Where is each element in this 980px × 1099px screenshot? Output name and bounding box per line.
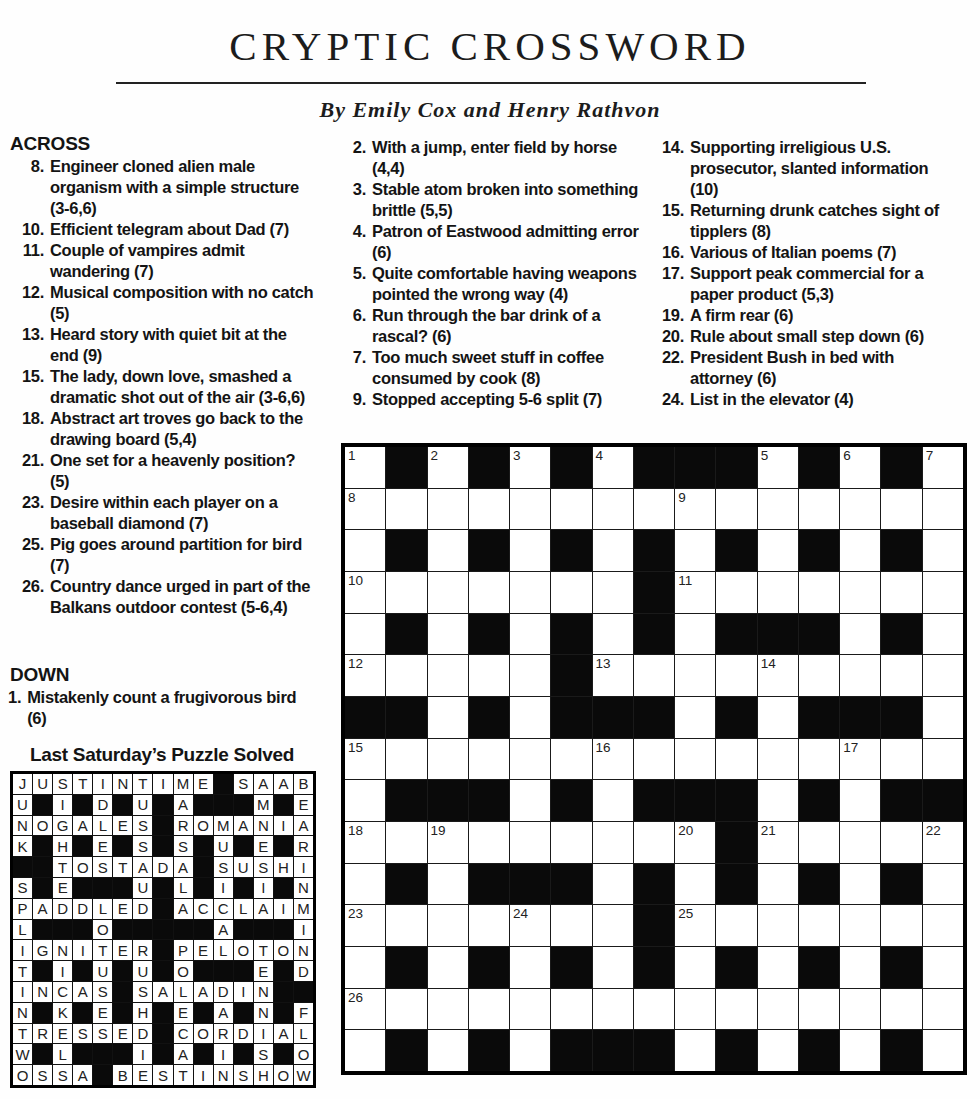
main-grid-cell-r10c11[interactable]: 21 <box>758 822 798 863</box>
main-grid-cell-r10c14[interactable] <box>881 822 921 863</box>
mini-grid-cell-r6c9: L <box>174 878 193 898</box>
main-grid-cell-r8c6[interactable] <box>551 739 591 780</box>
mini-grid-cell-r1c7: T <box>133 774 152 794</box>
main-grid-cell-r4c11[interactable] <box>758 572 798 613</box>
mini-grid-cell-r14c8 <box>153 1044 172 1064</box>
main-grid-cell-r12c2[interactable] <box>386 905 426 946</box>
main-grid-cell-r14c8[interactable] <box>634 989 674 1030</box>
mini-grid-cell-r10c13: E <box>254 961 273 981</box>
main-grid-cell-r2c10[interactable] <box>716 489 756 530</box>
main-grid-cell-r14c12[interactable] <box>799 989 839 1030</box>
main-grid-cell-r13c5[interactable] <box>510 947 550 988</box>
clue-number: 19. <box>650 305 690 326</box>
clue-down-4: 4.Patron of Eastwood admitting error (6) <box>338 221 644 263</box>
main-grid-cell-r6c9[interactable] <box>675 655 715 696</box>
mini-grid-cell-r3c6: E <box>113 816 132 836</box>
main-grid-cell-r14c4[interactable] <box>469 989 509 1030</box>
main-grid-cell-r3c10 <box>716 530 756 571</box>
mini-grid-cell-r3c11: M <box>214 816 233 836</box>
main-grid-cell-r11c3[interactable] <box>428 864 468 905</box>
main-grid-cell-r14c9[interactable] <box>675 989 715 1030</box>
mini-grid-cell-r5c3: T <box>53 857 72 877</box>
main-grid-cell-r9c7[interactable] <box>593 780 633 821</box>
main-grid-cell-r14c14[interactable] <box>881 989 921 1030</box>
mini-grid-cell-r12c15: F <box>294 1003 313 1023</box>
main-grid-cell-r12c10[interactable] <box>716 905 756 946</box>
main-grid-cell-r11c9[interactable] <box>675 864 715 905</box>
mini-grid-cell-r4c13: E <box>254 836 273 856</box>
main-grid-cell-r15c1[interactable] <box>345 1030 385 1071</box>
main-grid-cell-r12c5[interactable]: 24 <box>510 905 550 946</box>
main-grid-cell-r4c4[interactable] <box>469 572 509 613</box>
main-grid-cell-r1c7[interactable]: 4 <box>593 447 633 488</box>
clue-number: 15. <box>650 200 690 221</box>
main-grid-cell-r15c3[interactable] <box>428 1030 468 1071</box>
mini-grid-cell-r12c14 <box>274 1003 293 1023</box>
main-grid-cell-r14c3[interactable] <box>428 989 468 1030</box>
mini-grid-cell-r6c4 <box>73 878 92 898</box>
main-grid-cell-r7c6 <box>551 697 591 738</box>
grid-number: 25 <box>678 906 693 921</box>
main-grid-cell-r4c10[interactable] <box>716 572 756 613</box>
main-grid-cell-r10c10 <box>716 822 756 863</box>
main-grid-cell-r14c15[interactable] <box>923 989 963 1030</box>
main-grid-cell-r12c14[interactable] <box>881 905 921 946</box>
main-grid-cell-r15c2 <box>386 1030 426 1071</box>
main-grid-cell-r13c1[interactable] <box>345 947 385 988</box>
mini-grid-cell-r10c15: D <box>294 961 313 981</box>
mini-grid-cell-r5c7: A <box>133 857 152 877</box>
mini-grid-cell-r3c7: S <box>133 816 152 836</box>
main-grid-cell-r4c14[interactable] <box>881 572 921 613</box>
main-grid-cell-r11c15[interactable] <box>923 864 963 905</box>
main-grid-cell-r5c15[interactable] <box>923 614 963 655</box>
mini-grid-cell-r13c15: L <box>294 1024 313 1044</box>
main-grid-cell-r8c8[interactable] <box>634 739 674 780</box>
main-grid-cell-r8c14[interactable] <box>881 739 921 780</box>
mini-grid-cell-r4c5: E <box>93 836 112 856</box>
main-grid-cell-r14c11[interactable] <box>758 989 798 1030</box>
mini-grid-cell-r1c12: S <box>234 774 253 794</box>
clue-text: One set for a heavenly position? (5) <box>50 450 314 492</box>
mini-grid-cell-r2c5: D <box>93 795 112 815</box>
main-grid-cell-r4c1[interactable]: 10 <box>345 572 385 613</box>
mini-grid-cell-r14c5 <box>93 1044 112 1064</box>
down-clues-block: DOWN 1.Mistakenly count a frugivorous bi… <box>8 664 318 729</box>
main-grid-cell-r12c4[interactable] <box>469 905 509 946</box>
main-grid-cell-r13c15[interactable] <box>923 947 963 988</box>
mini-grid-cell-r2c14 <box>274 795 293 815</box>
mini-grid-cell-r10c5: U <box>93 961 112 981</box>
main-grid-cell-r13c3[interactable] <box>428 947 468 988</box>
mini-grid-cell-r6c5 <box>93 878 112 898</box>
main-grid-cell-r9c11[interactable] <box>758 780 798 821</box>
main-grid-cell-r6c7[interactable]: 13 <box>593 655 633 696</box>
mini-grid-cell-r11c10: A <box>194 982 213 1002</box>
clue-down-16: 16.Various of Italian poems (7) <box>650 242 952 263</box>
main-grid-cell-r10c4[interactable] <box>469 822 509 863</box>
main-grid-cell-r10c15[interactable]: 22 <box>923 822 963 863</box>
main-grid-cell-r8c15[interactable] <box>923 739 963 780</box>
main-grid-cell-r2c15[interactable] <box>923 489 963 530</box>
main-grid-cell-r8c12[interactable] <box>799 739 839 780</box>
main-grid-cell-r15c13[interactable] <box>840 1030 880 1071</box>
main-grid-cell-r3c7[interactable] <box>593 530 633 571</box>
mini-grid-cell-r3c13: N <box>254 816 273 836</box>
main-grid-cell-r4c6[interactable] <box>551 572 591 613</box>
main-grid-cell-r13c4 <box>469 947 509 988</box>
mini-grid-cell-r13c5: S <box>93 1024 112 1044</box>
main-grid-cell-r2c5[interactable] <box>510 489 550 530</box>
main-grid-cell-r7c3[interactable] <box>428 697 468 738</box>
main-grid-cell-r6c11[interactable]: 14 <box>758 655 798 696</box>
main-grid-cell-r8c11[interactable] <box>758 739 798 780</box>
mini-grid-cell-r13c3: E <box>53 1024 72 1044</box>
main-grid-cell-r9c12 <box>799 780 839 821</box>
mini-grid-cell-r12c13: N <box>254 1003 273 1023</box>
main-grid-cell-r9c9 <box>675 780 715 821</box>
clue-number: 14. <box>650 137 690 158</box>
main-grid-cell-r6c1[interactable]: 12 <box>345 655 385 696</box>
mini-grid-cell-r1c9: M <box>174 774 193 794</box>
main-grid-cell-r10c7[interactable] <box>593 822 633 863</box>
main-grid-cell-r2c13[interactable] <box>840 489 880 530</box>
mini-grid-cell-r6c15: N <box>294 878 313 898</box>
main-grid-cell-r2c12[interactable] <box>799 489 839 530</box>
mini-grid-cell-r6c12 <box>234 878 253 898</box>
main-grid-cell-r5c14 <box>881 614 921 655</box>
mini-grid-cell-r12c8 <box>153 1003 172 1023</box>
mini-grid-cell-r15c7: E <box>133 1065 152 1085</box>
main-grid-cell-r6c10[interactable] <box>716 655 756 696</box>
main-grid-cell-r14c10[interactable] <box>716 989 756 1030</box>
main-grid-cell-r4c9[interactable]: 11 <box>675 572 715 613</box>
main-grid-cell-r13c9[interactable] <box>675 947 715 988</box>
mini-grid-cell-r10c8 <box>153 961 172 981</box>
mini-grid-cell-r7c7: D <box>133 899 152 919</box>
clue-text: Pig goes around partition for bird (7) <box>50 534 314 576</box>
mini-grid-cell-r14c13: S <box>254 1044 273 1064</box>
mini-grid-cell-r10c14 <box>274 961 293 981</box>
main-grid-cell-r2c1[interactable]: 8 <box>345 489 385 530</box>
mini-grid-cell-r11c4: A <box>73 982 92 1002</box>
main-grid-cell-r7c11[interactable] <box>758 697 798 738</box>
grid-number: 7 <box>926 448 934 463</box>
main-grid-cell-r9c1[interactable] <box>345 780 385 821</box>
mini-grid-cell-r13c7: D <box>133 1024 152 1044</box>
mini-grid-cell-r7c9: A <box>174 899 193 919</box>
mini-grid-cell-r7c14: I <box>274 899 293 919</box>
main-grid-cell-r6c14[interactable] <box>881 655 921 696</box>
mini-grid-cell-r11c8: A <box>153 982 172 1002</box>
main-grid-cell-r5c13[interactable] <box>840 614 880 655</box>
mini-grid-cell-r10c6 <box>113 961 132 981</box>
main-grid-cell-r8c1[interactable]: 15 <box>345 739 385 780</box>
main-grid-cell-r4c5[interactable] <box>510 572 550 613</box>
main-grid-cell-r9c5[interactable] <box>510 780 550 821</box>
main-grid-cell-r6c4[interactable] <box>469 655 509 696</box>
mini-grid-cell-r15c1: O <box>13 1065 32 1085</box>
mini-grid-cell-r3c15: A <box>294 816 313 836</box>
grid-number: 4 <box>596 448 604 463</box>
mini-grid-cell-r7c13: A <box>254 899 273 919</box>
main-grid-cell-r8c13[interactable]: 17 <box>840 739 880 780</box>
main-grid-cell-r10c13[interactable] <box>840 822 880 863</box>
clue-number: 18. <box>8 408 50 429</box>
main-grid-cell-r3c1[interactable] <box>345 530 385 571</box>
main-grid-cell-r11c14 <box>881 864 921 905</box>
mini-grid-cell-r10c12 <box>234 961 253 981</box>
mini-grid-cell-r9c8 <box>153 940 172 960</box>
main-grid-cell-r13c13[interactable] <box>840 947 880 988</box>
main-grid-cell-r12c6[interactable] <box>551 905 591 946</box>
clue-number: 20. <box>650 326 690 347</box>
clue-text: Engineer cloned alien male organism with… <box>50 156 314 219</box>
main-grid-cell-r2c4[interactable] <box>469 489 509 530</box>
main-grid-cell-r11c1[interactable] <box>345 864 385 905</box>
clue-number: 22. <box>650 347 690 368</box>
mini-grid-cell-r4c11: U <box>214 836 233 856</box>
main-grid-cell-r2c8[interactable] <box>634 489 674 530</box>
main-grid-cell-r2c14[interactable] <box>881 489 921 530</box>
mini-grid-cell-r8c3 <box>53 920 72 940</box>
main-grid-cell-r12c7[interactable] <box>593 905 633 946</box>
main-grid-cell-r15c15[interactable] <box>923 1030 963 1071</box>
main-grid-cell-r4c15[interactable] <box>923 572 963 613</box>
main-grid-cell-r1c11[interactable]: 5 <box>758 447 798 488</box>
main-grid-cell-r6c3[interactable] <box>428 655 468 696</box>
mini-grid-cell-r14c7: I <box>133 1044 152 1064</box>
main-grid-cell-r6c15[interactable] <box>923 655 963 696</box>
main-grid-cell-r15c6 <box>551 1030 591 1071</box>
main-grid-cell-r4c12[interactable] <box>799 572 839 613</box>
main-grid-cell-r8c2[interactable] <box>386 739 426 780</box>
mini-grid-cell-r5c2 <box>33 857 52 877</box>
main-grid-cell-r6c8[interactable] <box>634 655 674 696</box>
main-grid-cell-r12c1[interactable]: 23 <box>345 905 385 946</box>
clue-number: 23. <box>8 492 50 513</box>
main-grid-cell-r3c11[interactable] <box>758 530 798 571</box>
main-grid-cell-r9c13[interactable] <box>840 780 880 821</box>
main-grid-cell-r1c15[interactable]: 7 <box>923 447 963 488</box>
clue-text: Support peak commercial for a paper prod… <box>690 263 952 305</box>
mini-grid-cell-r10c3: I <box>53 961 72 981</box>
down-clue-list-col1: 1.Mistakenly count a frugivorous bird (6… <box>8 687 318 729</box>
page-title: CRYPTIC CROSSWORD <box>0 22 980 70</box>
main-grid-cell-r10c6[interactable] <box>551 822 591 863</box>
mini-grid-cell-r11c1: I <box>13 982 32 1002</box>
main-grid-cell-r13c7[interactable] <box>593 947 633 988</box>
main-grid-cell-r15c5[interactable] <box>510 1030 550 1071</box>
mini-grid-cell-r4c1: K <box>13 836 32 856</box>
mini-grid-cell-r13c9: C <box>174 1024 193 1044</box>
main-grid-cell-r8c5[interactable] <box>510 739 550 780</box>
main-grid-cell-r1c14 <box>881 447 921 488</box>
main-grid-cell-r14c1[interactable]: 26 <box>345 989 385 1030</box>
clue-text: Desire within each player on a baseball … <box>50 492 314 534</box>
clue-down-17: 17.Support peak commercial for a paper p… <box>650 263 952 305</box>
main-grid-cell-r2c3[interactable] <box>428 489 468 530</box>
main-grid-cell-r14c2[interactable] <box>386 989 426 1030</box>
main-grid-cell-r13c8 <box>634 947 674 988</box>
clue-text: Country dance urged in part of the Balka… <box>50 576 314 618</box>
main-grid-cell-r8c9[interactable] <box>675 739 715 780</box>
main-grid-cell-r10c9[interactable]: 20 <box>675 822 715 863</box>
main-grid-cell-r15c8 <box>634 1030 674 1071</box>
mini-grid-cell-r8c2 <box>33 920 52 940</box>
main-grid-cell-r2c6[interactable] <box>551 489 591 530</box>
mini-grid-cell-r10c4 <box>73 961 92 981</box>
main-grid-cell-r2c11[interactable] <box>758 489 798 530</box>
grid-number: 13 <box>596 656 611 671</box>
main-grid-cell-r11c7[interactable] <box>593 864 633 905</box>
down-clue-list-col2: 2.With a jump, enter field by horse (4,4… <box>338 137 644 410</box>
mini-grid-cell-r2c1: U <box>13 795 32 815</box>
main-grid-cell-r5c1[interactable] <box>345 614 385 655</box>
mini-grid-cell-r7c8 <box>153 899 172 919</box>
main-grid-cell-r7c5[interactable] <box>510 697 550 738</box>
clue-across-21: 21.One set for a heavenly position? (5) <box>8 450 318 492</box>
main-grid-cell-r4c13[interactable] <box>840 572 880 613</box>
clue-text: Supporting irreligious U.S. prosecutor, … <box>690 137 952 200</box>
main-grid-cell-r6c2[interactable] <box>386 655 426 696</box>
main-grid-cell-r13c11[interactable] <box>758 947 798 988</box>
main-grid-cell-r12c11[interactable] <box>758 905 798 946</box>
main-grid-cell-r5c3[interactable] <box>428 614 468 655</box>
main-grid-cell-r1c3[interactable]: 2 <box>428 447 468 488</box>
mini-grid-cell-r14c9: A <box>174 1044 193 1064</box>
mini-grid-cell-r10c10 <box>194 961 213 981</box>
main-grid-cell-r15c11[interactable] <box>758 1030 798 1071</box>
mini-grid-cell-r1c10: E <box>194 774 213 794</box>
main-grid-cell-r7c14 <box>881 697 921 738</box>
main-grid-cell-r3c3[interactable] <box>428 530 468 571</box>
mini-grid-cell-r1c6: N <box>113 774 132 794</box>
mini-grid-cell-r12c2 <box>33 1003 52 1023</box>
clue-across-13: 13.Heard story with quiet bit at the end… <box>8 324 318 366</box>
main-grid-cell-r14c5[interactable] <box>510 989 550 1030</box>
mini-grid-cell-r11c6 <box>113 982 132 1002</box>
mini-grid-cell-r2c6 <box>113 795 132 815</box>
main-grid-cell-r7c7 <box>593 697 633 738</box>
mini-grid-cell-r8c1: L <box>13 920 32 940</box>
main-grid-cell-r3c9[interactable] <box>675 530 715 571</box>
mini-grid-cell-r11c11: D <box>214 982 233 1002</box>
main-grid-cell-r10c3[interactable]: 19 <box>428 822 468 863</box>
main-grid-cell-r1c1[interactable]: 1 <box>345 447 385 488</box>
main-grid-cell-r14c13[interactable] <box>840 989 880 1030</box>
mini-grid-cell-r13c12: D <box>234 1024 253 1044</box>
main-grid-cell-r10c8[interactable] <box>634 822 674 863</box>
main-grid-cell-r4c7[interactable] <box>593 572 633 613</box>
main-grid-cell-r2c9[interactable]: 9 <box>675 489 715 530</box>
mini-grid-cell-r6c8 <box>153 878 172 898</box>
clue-across-12: 12.Musical composition with no catch (5) <box>8 282 318 324</box>
mini-grid-cell-r9c12: O <box>234 940 253 960</box>
mini-grid-cell-r6c11: I <box>214 878 233 898</box>
main-grid-cell-r8c7[interactable]: 16 <box>593 739 633 780</box>
main-grid-cell-r11c13[interactable] <box>840 864 880 905</box>
mini-grid-cell-r11c13: N <box>254 982 273 1002</box>
main-grid-cell-r10c5[interactable] <box>510 822 550 863</box>
clue-number: 17. <box>650 263 690 284</box>
clue-down-3: 3.Stable atom broken into something brit… <box>338 179 644 221</box>
main-grid-cell-r3c15[interactable] <box>923 530 963 571</box>
grid-number: 17 <box>843 740 858 755</box>
mini-grid-cell-r14c6 <box>113 1044 132 1064</box>
mini-grid-cell-r15c13: H <box>254 1065 273 1085</box>
main-grid-cell-r10c2[interactable] <box>386 822 426 863</box>
main-grid-cell-r4c3[interactable] <box>428 572 468 613</box>
clue-text: Too much sweet stuff in coffee consumed … <box>372 347 644 389</box>
mini-grid-cell-r7c1: P <box>13 899 32 919</box>
main-grid-cell-r12c15[interactable] <box>923 905 963 946</box>
mini-grid-cell-r2c11 <box>214 795 233 815</box>
main-grid-cell-r12c13[interactable] <box>840 905 880 946</box>
mini-grid-cell-r3c5: L <box>93 816 112 836</box>
main-grid-cell-r2c7[interactable] <box>593 489 633 530</box>
main-grid-cell-r14c7[interactable] <box>593 989 633 1030</box>
main-grid-cell-r12c3[interactable] <box>428 905 468 946</box>
mini-grid-cell-r15c12: S <box>234 1065 253 1085</box>
main-grid-cell-r8c4[interactable] <box>469 739 509 780</box>
main-grid-cell-r7c15[interactable] <box>923 697 963 738</box>
main-grid-cell-r7c9[interactable] <box>675 697 715 738</box>
main-grid-cell-r10c12[interactable] <box>799 822 839 863</box>
main-grid-cell-r11c11[interactable] <box>758 864 798 905</box>
mini-grid-cell-r2c10 <box>194 795 213 815</box>
main-grid-cell-r1c5[interactable]: 3 <box>510 447 550 488</box>
clue-across-23: 23.Desire within each player on a baseba… <box>8 492 318 534</box>
main-grid-cell-r5c5[interactable] <box>510 614 550 655</box>
main-grid-cell-r8c10[interactable] <box>716 739 756 780</box>
main-grid-cell-r1c13[interactable]: 6 <box>840 447 880 488</box>
clue-number: 1. <box>8 687 27 708</box>
main-grid-cell-r15c9[interactable] <box>675 1030 715 1071</box>
clue-number: 11. <box>8 240 50 261</box>
main-grid-cell-r6c12[interactable] <box>799 655 839 696</box>
clue-down-14: 14.Supporting irreligious U.S. prosecuto… <box>650 137 952 200</box>
main-grid-cell-r12c9[interactable]: 25 <box>675 905 715 946</box>
mini-grid-cell-r8c12 <box>234 920 253 940</box>
main-grid-cell-r14c6[interactable] <box>551 989 591 1030</box>
clue-number: 4. <box>338 221 372 242</box>
mini-grid-cell-r11c12: I <box>234 982 253 1002</box>
main-grid-cell-r5c7[interactable] <box>593 614 633 655</box>
clue-number: 26. <box>8 576 50 597</box>
main-grid-cell-r6c5[interactable] <box>510 655 550 696</box>
main-grid-cell-r12c12[interactable] <box>799 905 839 946</box>
main-grid-cell-r8c3[interactable] <box>428 739 468 780</box>
main-grid-cell-r3c13[interactable] <box>840 530 880 571</box>
main-grid-cell-r3c5[interactable] <box>510 530 550 571</box>
main-grid-cell-r10c1[interactable]: 18 <box>345 822 385 863</box>
mini-grid-cell-r4c15: R <box>294 836 313 856</box>
main-grid-cell-r5c9[interactable] <box>675 614 715 655</box>
main-grid-cell-r4c2[interactable] <box>386 572 426 613</box>
mini-grid-cell-r11c14 <box>274 982 293 1002</box>
grid-number: 9 <box>678 490 686 505</box>
main-grid-cell-r2c2[interactable] <box>386 489 426 530</box>
clue-down-20: 20.Rule about small step down (6) <box>650 326 952 347</box>
mini-grid-cell-r8c6 <box>113 920 132 940</box>
main-grid-cell-r1c9 <box>675 447 715 488</box>
mini-grid-cell-r11c15 <box>294 982 313 1002</box>
mini-grid-cell-r13c4: S <box>73 1024 92 1044</box>
main-grid-cell-r1c2 <box>386 447 426 488</box>
mini-grid-cell-r9c4: I <box>73 940 92 960</box>
main-grid-cell-r6c13[interactable] <box>840 655 880 696</box>
